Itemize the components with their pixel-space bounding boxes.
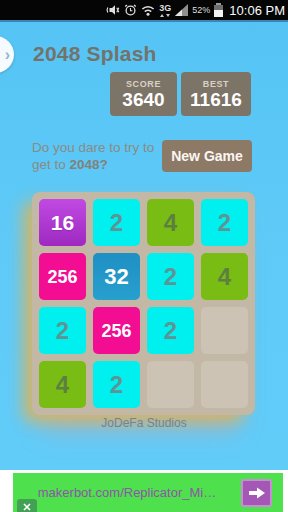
prompt-line1: Do you dare to try to <box>32 140 154 155</box>
tile-16: 16 <box>39 199 86 246</box>
studio-credit: JoDeFa Studios <box>0 416 288 430</box>
ad-banner[interactable]: makerbot.com/Replicator_Mi… <box>13 473 283 512</box>
best-label: BEST <box>203 79 229 89</box>
drawer-handle[interactable]: › <box>0 36 14 73</box>
tile-32: 32 <box>93 253 140 300</box>
score-box: SCORE 3640 <box>110 72 177 116</box>
empty-cell <box>201 307 248 354</box>
tile-256: 256 <box>93 307 140 354</box>
tile-2: 2 <box>93 199 140 246</box>
network-3g-indicator: 3G <box>159 4 171 17</box>
alarm-icon <box>124 4 137 16</box>
tile-2: 2 <box>93 361 140 408</box>
app-area: › 2048 Splash SCORE 3640 BEST 11616 Do y… <box>0 22 288 470</box>
score-value: 3640 <box>122 90 164 109</box>
best-box: BEST 11616 <box>181 72 251 116</box>
phone-screen: 3G 52% 10:06 PM › 2048 Splash SCORE 3640 <box>0 0 288 512</box>
tile-2: 2 <box>147 253 194 300</box>
ad-container: makerbot.com/Replicator_Mi… <box>0 470 288 512</box>
score-label: SCORE <box>126 79 161 89</box>
tile-4: 4 <box>39 361 86 408</box>
new-game-button[interactable]: New Game <box>162 140 252 172</box>
page-title: 2048 Splash <box>33 42 157 66</box>
arrow-right-icon <box>249 487 265 499</box>
data-arrows-icon <box>160 14 170 17</box>
vibrate-muted-icon <box>106 4 120 16</box>
tile-4: 4 <box>201 253 248 300</box>
tile-2: 2 <box>201 199 248 246</box>
signal-strength-icon <box>175 4 188 16</box>
prompt-line2-goal: 2048? <box>70 157 108 172</box>
ad-close-button[interactable] <box>17 499 37 512</box>
tile-4: 4 <box>147 199 194 246</box>
game-board[interactable]: 1624225632242256242 <box>32 192 255 415</box>
chevron-right-icon: › <box>5 47 14 63</box>
prompt-text: Do you dare to try to get to 2048? <box>32 139 154 173</box>
tile-2: 2 <box>147 307 194 354</box>
best-value: 11616 <box>190 90 242 109</box>
tile-2: 2 <box>39 307 86 354</box>
wifi-icon <box>141 5 155 16</box>
clock-time: 10:06 PM <box>229 3 285 18</box>
prompt-line2-prefix: get to <box>32 157 70 172</box>
ad-link-text[interactable]: makerbot.com/Replicator_Mi… <box>13 473 241 512</box>
battery-percent: 52% <box>192 5 210 15</box>
battery-icon <box>214 3 223 17</box>
score-panel: SCORE 3640 BEST 11616 <box>110 72 251 116</box>
empty-cell <box>147 361 194 408</box>
ad-arrow-button[interactable] <box>241 479 272 507</box>
network-3g-label: 3G <box>159 4 171 13</box>
empty-cell <box>201 361 248 408</box>
status-bar: 3G 52% 10:06 PM <box>0 0 288 22</box>
close-icon <box>23 503 31 511</box>
tile-256: 256 <box>39 253 86 300</box>
